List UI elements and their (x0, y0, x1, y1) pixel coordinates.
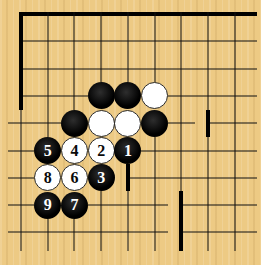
intersection (168, 219, 195, 246)
black-stone: 7 (61, 192, 88, 219)
intersection (8, 164, 35, 191)
move-number: 6 (70, 169, 78, 185)
move-number: 8 (44, 169, 52, 185)
go-board[interactable]: 542186397 (8, 0, 257, 251)
intersection (195, 55, 222, 82)
intersection (8, 246, 35, 251)
board-grid: 542186397 (8, 0, 257, 251)
intersection (222, 110, 249, 137)
intersection (34, 55, 61, 82)
intersection (141, 28, 168, 55)
move-number: 4 (70, 142, 78, 158)
intersection (248, 137, 257, 164)
intersection (248, 219, 257, 246)
intersection (88, 28, 115, 55)
intersection (222, 0, 249, 27)
intersection (195, 137, 222, 164)
intersection (34, 246, 61, 251)
white-stone: 8 (34, 164, 61, 191)
move-number: 9 (44, 197, 52, 213)
intersection (34, 219, 61, 246)
white-stone: 4 (61, 137, 88, 164)
intersection (195, 110, 222, 137)
intersection (61, 82, 88, 109)
intersection (115, 246, 142, 251)
intersection (222, 246, 249, 251)
intersection (168, 191, 195, 218)
intersection (141, 55, 168, 82)
white-stone (88, 110, 115, 137)
intersection (141, 164, 168, 191)
black-stone: 5 (34, 137, 61, 164)
intersection (115, 164, 142, 191)
intersection (222, 137, 249, 164)
black-stone (88, 82, 115, 109)
black-stone (114, 82, 141, 109)
intersection (34, 28, 61, 55)
intersection (141, 0, 168, 27)
intersection (8, 28, 35, 55)
intersection (61, 246, 88, 251)
intersection (222, 55, 249, 82)
intersection (115, 28, 142, 55)
intersection (195, 246, 222, 251)
intersection (195, 28, 222, 55)
intersection (168, 164, 195, 191)
intersection (8, 110, 35, 137)
white-stone (114, 110, 141, 137)
intersection (248, 28, 257, 55)
intersection (115, 0, 142, 27)
intersection (61, 219, 88, 246)
intersection (34, 110, 61, 137)
intersection (248, 110, 257, 137)
intersection (88, 191, 115, 218)
black-stone: 1 (114, 137, 141, 164)
intersection (248, 0, 257, 27)
black-stone (61, 110, 88, 137)
intersection (8, 82, 35, 109)
intersection (61, 0, 88, 27)
intersection (168, 28, 195, 55)
white-stone (141, 82, 168, 109)
intersection (195, 0, 222, 27)
intersection (61, 55, 88, 82)
intersection (115, 191, 142, 218)
intersection (61, 28, 88, 55)
intersection (168, 82, 195, 109)
intersection (222, 191, 249, 218)
move-number: 3 (97, 169, 105, 185)
intersection (195, 219, 222, 246)
intersection (141, 246, 168, 251)
intersection (88, 219, 115, 246)
move-number: 5 (44, 142, 52, 158)
intersection (195, 164, 222, 191)
intersection (168, 0, 195, 27)
intersection (248, 246, 257, 251)
intersection (115, 55, 142, 82)
move-number: 1 (124, 142, 132, 158)
intersection (248, 82, 257, 109)
intersection (8, 55, 35, 82)
intersection (115, 219, 142, 246)
intersection (222, 82, 249, 109)
move-number: 2 (97, 142, 105, 158)
intersection (168, 246, 195, 251)
black-stone: 3 (88, 164, 115, 191)
intersection (88, 246, 115, 251)
intersection (195, 191, 222, 218)
intersection (141, 191, 168, 218)
intersection (168, 55, 195, 82)
intersection (8, 137, 35, 164)
intersection (195, 82, 222, 109)
intersection (248, 55, 257, 82)
intersection (168, 137, 195, 164)
move-number: 7 (70, 197, 78, 213)
intersection (141, 219, 168, 246)
intersection (222, 219, 249, 246)
intersection (248, 191, 257, 218)
intersection (222, 28, 249, 55)
intersection (168, 110, 195, 137)
intersection (88, 55, 115, 82)
intersection (8, 219, 35, 246)
intersection (248, 164, 257, 191)
intersection (222, 164, 249, 191)
white-stone: 6 (61, 164, 88, 191)
black-stone (141, 110, 168, 137)
intersection (8, 0, 35, 27)
black-stone: 9 (34, 192, 61, 219)
white-stone: 2 (88, 137, 115, 164)
intersection (8, 191, 35, 218)
intersection (141, 137, 168, 164)
go-diagram: 542186397 (0, 0, 261, 265)
intersection (88, 0, 115, 27)
intersection (34, 82, 61, 109)
intersection (34, 0, 61, 27)
